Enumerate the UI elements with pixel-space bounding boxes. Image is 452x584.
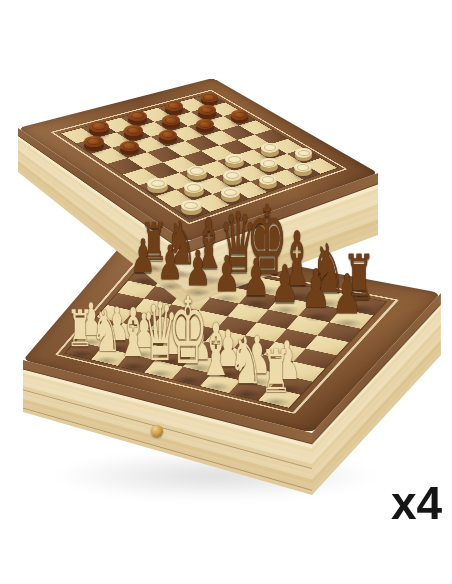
chess-pieces-layer: ♜♞♝♛♚♝♞♜♟♟♟♟♟♟♟♟♟♟♟♟♟♟♟♟♜♞♝♛♚♝♞♜	[0, 0, 452, 584]
quantity-label: x4	[391, 476, 442, 530]
product-photo: ♜♞♝♛♚♝♞♜♟♟♟♟♟♟♟♟♟♟♟♟♟♟♟♟♜♞♝♛♚♝♞♜ x4	[0, 0, 452, 584]
